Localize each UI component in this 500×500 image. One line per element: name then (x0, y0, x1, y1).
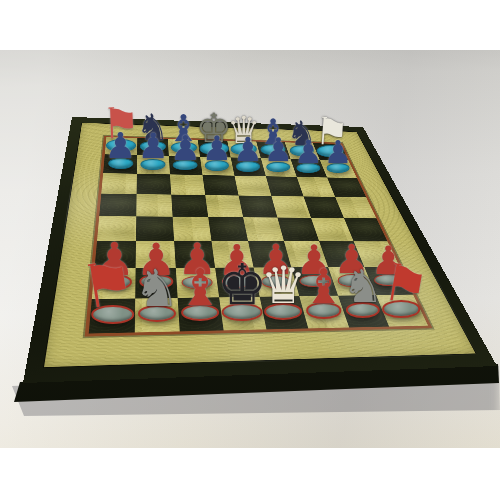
piece-blue-p-h7: ♟ (314, 138, 361, 173)
piece-red-r-h1: ⚑ (363, 261, 439, 318)
piece-glyph: ⚑ (364, 253, 448, 316)
photo-scene: ⚑♞♝♚♛♝♞⚑♟♟♟♟♟♟♟♟♟♟♟♟♟♟♟♟⚑♞♝♚♛♝♞⚑ (0, 0, 500, 500)
pieces-layer: ⚑♞♝♚♛♝♞⚑♟♟♟♟♟♟♟♟♟♟♟♟♟♟♟♟⚑♞♝♚♛♝♞⚑ (0, 0, 500, 500)
piece-glyph: ♟ (314, 137, 361, 169)
